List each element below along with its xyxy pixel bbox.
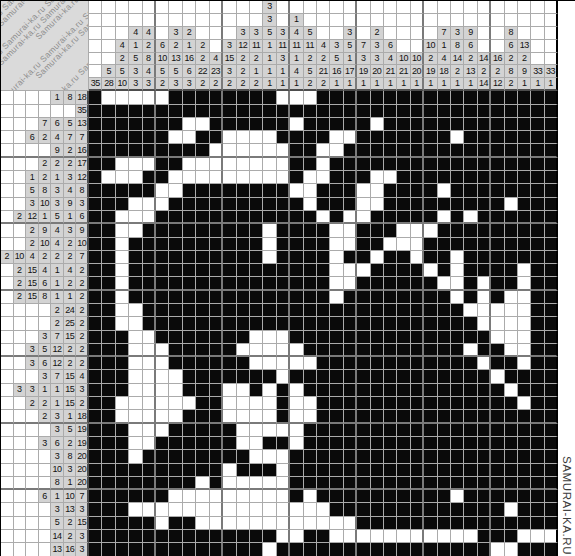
grid-cell[interactable] — [156, 198, 169, 211]
grid-cell[interactable] — [263, 370, 276, 383]
grid-cell[interactable] — [116, 158, 129, 171]
grid-cell[interactable] — [424, 131, 437, 144]
grid-cell[interactable] — [464, 370, 477, 383]
grid-cell[interactable] — [384, 105, 397, 118]
grid-cell[interactable] — [277, 384, 290, 397]
grid-cell[interactable] — [505, 277, 518, 290]
grid-cell[interactable] — [129, 397, 142, 410]
grid-cell[interactable] — [491, 184, 504, 197]
grid-cell[interactable] — [290, 530, 303, 543]
grid-cell[interactable] — [196, 530, 209, 543]
grid-cell[interactable] — [169, 464, 182, 477]
grid-cell[interactable] — [518, 198, 531, 211]
grid-cell[interactable] — [491, 131, 504, 144]
grid-cell[interactable] — [196, 370, 209, 383]
grid-cell[interactable] — [491, 384, 504, 397]
grid-cell[interactable] — [89, 264, 102, 277]
grid-cell[interactable] — [357, 503, 370, 516]
grid-cell[interactable] — [317, 331, 330, 344]
grid-cell[interactable] — [129, 105, 142, 118]
grid-cell[interactable] — [438, 184, 451, 197]
grid-cell[interactable] — [263, 198, 276, 211]
grid-cell[interactable] — [491, 144, 504, 157]
grid-cell[interactable] — [116, 211, 129, 224]
grid-cell[interactable] — [344, 91, 357, 104]
grid-cell[interactable] — [304, 503, 317, 516]
grid-cell[interactable] — [210, 144, 223, 157]
grid-cell[interactable] — [237, 357, 250, 370]
grid-cell[interactable] — [464, 224, 477, 237]
grid-cell[interactable] — [478, 91, 491, 104]
grid-cell[interactable] — [290, 105, 303, 118]
grid-cell[interactable] — [424, 384, 437, 397]
grid-cell[interactable] — [330, 490, 343, 503]
grid-cell[interactable] — [183, 424, 196, 437]
grid-cell[interactable] — [183, 397, 196, 410]
grid-cell[interactable] — [156, 304, 169, 317]
grid-cell[interactable] — [183, 490, 196, 503]
grid-cell[interactable] — [464, 530, 477, 543]
grid-cell[interactable] — [411, 490, 424, 503]
grid-cell[interactable] — [531, 437, 544, 450]
grid-cell[interactable] — [397, 118, 410, 131]
grid-cell[interactable] — [424, 317, 437, 330]
grid-cell[interactable] — [263, 131, 276, 144]
grid-cell[interactable] — [129, 184, 142, 197]
grid-cell[interactable] — [371, 344, 384, 357]
grid-cell[interactable] — [451, 291, 464, 304]
grid-cell[interactable] — [384, 530, 397, 543]
grid-cell[interactable] — [290, 171, 303, 184]
grid-cell[interactable] — [518, 450, 531, 463]
grid-cell[interactable] — [531, 264, 544, 277]
grid-cell[interactable] — [330, 477, 343, 490]
grid-cell[interactable] — [183, 291, 196, 304]
grid-cell[interactable] — [357, 184, 370, 197]
grid-cell[interactable] — [330, 277, 343, 290]
grid-cell[interactable] — [317, 224, 330, 237]
grid-cell[interactable] — [169, 277, 182, 290]
grid-cell[interactable] — [411, 370, 424, 383]
grid-cell[interactable] — [505, 370, 518, 383]
grid-cell[interactable] — [196, 158, 209, 171]
grid-cell[interactable] — [290, 238, 303, 251]
grid-cell[interactable] — [196, 277, 209, 290]
grid-cell[interactable] — [250, 410, 263, 423]
grid-cell[interactable] — [223, 211, 236, 224]
grid-cell[interactable] — [451, 105, 464, 118]
grid-cell[interactable] — [223, 503, 236, 516]
grid-cell[interactable] — [250, 304, 263, 317]
grid-cell[interactable] — [491, 277, 504, 290]
grid-cell[interactable] — [397, 211, 410, 224]
grid-cell[interactable] — [129, 503, 142, 516]
grid-cell[interactable] — [491, 344, 504, 357]
grid-cell[interactable] — [505, 224, 518, 237]
grid-cell[interactable] — [237, 450, 250, 463]
grid-cell[interactable] — [424, 224, 437, 237]
grid-cell[interactable] — [384, 131, 397, 144]
grid-cell[interactable] — [102, 477, 115, 490]
grid-cell[interactable] — [344, 331, 357, 344]
grid-cell[interactable] — [384, 118, 397, 131]
grid-cell[interactable] — [290, 91, 303, 104]
grid-cell[interactable] — [438, 304, 451, 317]
grid-cell[interactable] — [116, 184, 129, 197]
grid-cell[interactable] — [464, 105, 477, 118]
grid-cell[interactable] — [223, 171, 236, 184]
grid-cell[interactable] — [290, 291, 303, 304]
grid-cell[interactable] — [451, 357, 464, 370]
grid-cell[interactable] — [411, 118, 424, 131]
grid-cell[interactable] — [411, 543, 424, 556]
grid-cell[interactable] — [491, 370, 504, 383]
grid-cell[interactable] — [518, 158, 531, 171]
grid-cell[interactable] — [478, 171, 491, 184]
grid-cell[interactable] — [330, 144, 343, 157]
grid-cell[interactable] — [169, 158, 182, 171]
grid-cell[interactable] — [223, 530, 236, 543]
grid-cell[interactable] — [143, 370, 156, 383]
grid-cell[interactable] — [277, 490, 290, 503]
grid-cell[interactable] — [464, 158, 477, 171]
grid-cell[interactable] — [169, 251, 182, 264]
grid-cell[interactable] — [371, 277, 384, 290]
grid-cell[interactable] — [143, 304, 156, 317]
grid-cell[interactable] — [277, 370, 290, 383]
grid-cell[interactable] — [250, 131, 263, 144]
grid-cell[interactable] — [397, 424, 410, 437]
grid-cell[interactable] — [169, 211, 182, 224]
grid-cell[interactable] — [438, 543, 451, 556]
grid-cell[interactable] — [277, 224, 290, 237]
grid-cell[interactable] — [464, 503, 477, 516]
grid-cell[interactable] — [531, 517, 544, 530]
grid-cell[interactable] — [210, 517, 223, 530]
grid-cell[interactable] — [102, 384, 115, 397]
grid-cell[interactable] — [438, 277, 451, 290]
grid-cell[interactable] — [143, 198, 156, 211]
grid-cell[interactable] — [129, 543, 142, 556]
grid-cell[interactable] — [317, 184, 330, 197]
grid-cell[interactable] — [505, 464, 518, 477]
grid-cell[interactable] — [102, 91, 115, 104]
grid-cell[interactable] — [491, 198, 504, 211]
grid-cell[interactable] — [478, 184, 491, 197]
grid-cell[interactable] — [196, 264, 209, 277]
grid-cell[interactable] — [371, 490, 384, 503]
grid-cell[interactable] — [518, 490, 531, 503]
grid-cell[interactable] — [330, 503, 343, 516]
grid-cell[interactable] — [116, 277, 129, 290]
grid-cell[interactable] — [129, 264, 142, 277]
grid-cell[interactable] — [116, 397, 129, 410]
grid-cell[interactable] — [451, 251, 464, 264]
grid-cell[interactable] — [89, 131, 102, 144]
grid-cell[interactable] — [143, 357, 156, 370]
grid-cell[interactable] — [250, 184, 263, 197]
grid-cell[interactable] — [438, 317, 451, 330]
grid-cell[interactable] — [290, 317, 303, 330]
grid-cell[interactable] — [411, 517, 424, 530]
grid-cell[interactable] — [237, 304, 250, 317]
grid-cell[interactable] — [129, 144, 142, 157]
grid-cell[interactable] — [424, 424, 437, 437]
grid-cell[interactable] — [237, 211, 250, 224]
grid-cell[interactable] — [344, 530, 357, 543]
grid-cell[interactable] — [451, 171, 464, 184]
grid-cell[interactable] — [210, 251, 223, 264]
grid-cell[interactable] — [102, 211, 115, 224]
grid-cell[interactable] — [491, 264, 504, 277]
grid-cell[interactable] — [397, 437, 410, 450]
grid-cell[interactable] — [304, 131, 317, 144]
grid-cell[interactable] — [277, 184, 290, 197]
grid-cell[interactable] — [290, 131, 303, 144]
grid-cell[interactable] — [384, 344, 397, 357]
grid-cell[interactable] — [89, 291, 102, 304]
grid-cell[interactable] — [183, 370, 196, 383]
grid-cell[interactable] — [116, 291, 129, 304]
grid-cell[interactable] — [156, 424, 169, 437]
grid-cell[interactable] — [357, 530, 370, 543]
grid-cell[interactable] — [531, 344, 544, 357]
grid-cell[interactable] — [411, 503, 424, 516]
grid-cell[interactable] — [210, 397, 223, 410]
grid-cell[interactable] — [478, 264, 491, 277]
grid-cell[interactable] — [518, 530, 531, 543]
grid-cell[interactable] — [237, 477, 250, 490]
grid-cell[interactable] — [183, 184, 196, 197]
grid-cell[interactable] — [384, 357, 397, 370]
grid-cell[interactable] — [304, 144, 317, 157]
grid-cell[interactable] — [317, 317, 330, 330]
grid-cell[interactable] — [451, 158, 464, 171]
grid-cell[interactable] — [424, 171, 437, 184]
grid-cell[interactable] — [491, 424, 504, 437]
grid-cell[interactable] — [344, 304, 357, 317]
grid-cell[interactable] — [129, 437, 142, 450]
grid-cell[interactable] — [304, 437, 317, 450]
grid-cell[interactable] — [451, 331, 464, 344]
grid-cell[interactable] — [129, 357, 142, 370]
grid-cell[interactable] — [478, 410, 491, 423]
grid-cell[interactable] — [478, 437, 491, 450]
grid-cell[interactable] — [169, 264, 182, 277]
grid-cell[interactable] — [491, 91, 504, 104]
grid-cell[interactable] — [304, 357, 317, 370]
grid-cell[interactable] — [464, 277, 477, 290]
grid-cell[interactable] — [531, 477, 544, 490]
grid-cell[interactable] — [183, 171, 196, 184]
grid-cell[interactable] — [411, 277, 424, 290]
grid-cell[interactable] — [357, 264, 370, 277]
grid-cell[interactable] — [250, 490, 263, 503]
grid-cell[interactable] — [384, 397, 397, 410]
grid-cell[interactable] — [304, 517, 317, 530]
grid-cell[interactable] — [451, 211, 464, 224]
grid-cell[interactable] — [237, 517, 250, 530]
grid-cell[interactable] — [263, 543, 276, 556]
grid-cell[interactable] — [411, 331, 424, 344]
grid-cell[interactable] — [545, 118, 558, 131]
grid-cell[interactable] — [237, 424, 250, 437]
grid-cell[interactable] — [237, 238, 250, 251]
grid-cell[interactable] — [210, 503, 223, 516]
grid-cell[interactable] — [411, 317, 424, 330]
grid-cell[interactable] — [263, 437, 276, 450]
grid-cell[interactable] — [156, 503, 169, 516]
grid-cell[interactable] — [89, 490, 102, 503]
grid-cell[interactable] — [317, 384, 330, 397]
grid-cell[interactable] — [304, 91, 317, 104]
grid-cell[interactable] — [344, 424, 357, 437]
grid-cell[interactable] — [223, 198, 236, 211]
grid-cell[interactable] — [277, 211, 290, 224]
grid-cell[interactable] — [129, 384, 142, 397]
grid-cell[interactable] — [263, 317, 276, 330]
grid-cell[interactable] — [411, 198, 424, 211]
grid-cell[interactable] — [116, 144, 129, 157]
grid-cell[interactable] — [531, 384, 544, 397]
grid-cell[interactable] — [210, 530, 223, 543]
grid-cell[interactable] — [464, 384, 477, 397]
grid-cell[interactable] — [196, 291, 209, 304]
grid-cell[interactable] — [411, 450, 424, 463]
grid-cell[interactable] — [102, 437, 115, 450]
grid-cell[interactable] — [491, 171, 504, 184]
grid-cell[interactable] — [411, 238, 424, 251]
grid-cell[interactable] — [263, 291, 276, 304]
grid-cell[interactable] — [129, 517, 142, 530]
grid-cell[interactable] — [102, 370, 115, 383]
grid-cell[interactable] — [545, 144, 558, 157]
grid-cell[interactable] — [330, 370, 343, 383]
grid-cell[interactable] — [89, 357, 102, 370]
grid-cell[interactable] — [116, 464, 129, 477]
grid-cell[interactable] — [330, 238, 343, 251]
grid-cell[interactable] — [156, 344, 169, 357]
grid-cell[interactable] — [223, 370, 236, 383]
grid-cell[interactable] — [210, 304, 223, 317]
grid-cell[interactable] — [371, 304, 384, 317]
grid-cell[interactable] — [531, 464, 544, 477]
grid-cell[interactable] — [464, 238, 477, 251]
grid-cell[interactable] — [317, 464, 330, 477]
grid-cell[interactable] — [89, 344, 102, 357]
grid-cell[interactable] — [330, 530, 343, 543]
grid-cell[interactable] — [344, 291, 357, 304]
grid-cell[interactable] — [317, 158, 330, 171]
grid-cell[interactable] — [397, 277, 410, 290]
grid-cell[interactable] — [210, 331, 223, 344]
grid-cell[interactable] — [169, 331, 182, 344]
grid-cell[interactable] — [116, 131, 129, 144]
grid-cell[interactable] — [116, 477, 129, 490]
grid-cell[interactable] — [263, 503, 276, 516]
grid-cell[interactable] — [545, 357, 558, 370]
grid-cell[interactable] — [196, 384, 209, 397]
grid-cell[interactable] — [89, 437, 102, 450]
grid-cell[interactable] — [263, 238, 276, 251]
grid-cell[interactable] — [89, 464, 102, 477]
grid-cell[interactable] — [250, 370, 263, 383]
grid-cell[interactable] — [210, 424, 223, 437]
grid-cell[interactable] — [384, 517, 397, 530]
grid-cell[interactable] — [237, 184, 250, 197]
grid-cell[interactable] — [263, 264, 276, 277]
grid-cell[interactable] — [371, 105, 384, 118]
grid-cell[interactable] — [505, 357, 518, 370]
grid-cell[interactable] — [505, 317, 518, 330]
grid-cell[interactable] — [263, 91, 276, 104]
grid-cell[interactable] — [464, 291, 477, 304]
grid-cell[interactable] — [129, 198, 142, 211]
grid-cell[interactable] — [545, 331, 558, 344]
grid-cell[interactable] — [223, 277, 236, 290]
grid-cell[interactable] — [438, 91, 451, 104]
grid-cell[interactable] — [384, 317, 397, 330]
grid-cell[interactable] — [478, 397, 491, 410]
grid-cell[interactable] — [210, 317, 223, 330]
grid-cell[interactable] — [357, 91, 370, 104]
grid-cell[interactable] — [531, 238, 544, 251]
grid-cell[interactable] — [250, 171, 263, 184]
grid-cell[interactable] — [263, 184, 276, 197]
grid-cell[interactable] — [491, 517, 504, 530]
grid-cell[interactable] — [330, 118, 343, 131]
grid-cell[interactable] — [290, 184, 303, 197]
grid-cell[interactable] — [411, 530, 424, 543]
grid-cell[interactable] — [478, 251, 491, 264]
grid-cell[interactable] — [344, 464, 357, 477]
grid-cell[interactable] — [344, 370, 357, 383]
grid-cell[interactable] — [438, 331, 451, 344]
grid-cell[interactable] — [89, 277, 102, 290]
grid-cell[interactable] — [531, 331, 544, 344]
grid-cell[interactable] — [344, 144, 357, 157]
grid-cell[interactable] — [491, 331, 504, 344]
grid-cell[interactable] — [304, 424, 317, 437]
grid-cell[interactable] — [277, 131, 290, 144]
grid-cell[interactable] — [357, 437, 370, 450]
grid-cell[interactable] — [196, 477, 209, 490]
grid-cell[interactable] — [451, 238, 464, 251]
grid-cell[interactable] — [116, 543, 129, 556]
grid-cell[interactable] — [317, 291, 330, 304]
grid-cell[interactable] — [237, 370, 250, 383]
grid-cell[interactable] — [357, 304, 370, 317]
grid-cell[interactable] — [129, 291, 142, 304]
grid-cell[interactable] — [129, 238, 142, 251]
grid-cell[interactable] — [317, 171, 330, 184]
grid-cell[interactable] — [156, 238, 169, 251]
grid-cell[interactable] — [196, 410, 209, 423]
grid-cell[interactable] — [156, 530, 169, 543]
grid-cell[interactable] — [250, 118, 263, 131]
grid-cell[interactable] — [317, 91, 330, 104]
grid-cell[interactable] — [169, 144, 182, 157]
grid-cell[interactable] — [464, 131, 477, 144]
grid-cell[interactable] — [304, 450, 317, 463]
grid-cell[interactable] — [250, 91, 263, 104]
grid-cell[interactable] — [223, 410, 236, 423]
grid-cell[interactable] — [223, 238, 236, 251]
grid-cell[interactable] — [371, 317, 384, 330]
grid-cell[interactable] — [89, 304, 102, 317]
grid-cell[interactable] — [478, 211, 491, 224]
grid-cell[interactable] — [210, 437, 223, 450]
